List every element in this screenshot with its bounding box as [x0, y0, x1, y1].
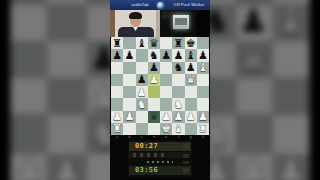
square-f7: ♟ [172, 49, 184, 61]
white-pawn: ♟ [112, 111, 122, 122]
square-c5: ♟ [136, 74, 148, 86]
square-e5 [160, 74, 172, 86]
square-f1: ♝ [172, 123, 184, 135]
captured-pieces-row [129, 152, 191, 158]
square-g5: ♛ [185, 74, 197, 86]
square-b8 [123, 37, 135, 49]
square-c3: ♞ [136, 98, 148, 110]
square-e7: ♟ [160, 49, 172, 61]
square-d4 [148, 86, 160, 98]
monitor-content [175, 18, 187, 25]
white-clock: 03:56 [129, 166, 191, 175]
white-queen: ♛ [186, 74, 196, 85]
video-player-surface[interactable]: sedlaTab GMPaul Walker ♜♝♛♜♚♟♟♞♟♟♝♟♟♞ [0, 0, 320, 180]
square-d3 [148, 98, 160, 110]
white-bishop: ♝ [198, 62, 208, 73]
square-e1: ♚ [160, 123, 172, 135]
square-d1 [148, 123, 160, 135]
square-c2 [136, 111, 148, 123]
white-pawn: ♟ [124, 111, 134, 122]
white-pawn: ♟ [149, 74, 159, 85]
black-pawn: ♟ [112, 50, 122, 61]
white-pawn: ♟ [198, 111, 208, 122]
square-b3 [123, 98, 135, 110]
door-frame [110, 10, 115, 37]
white-pawn: ♟ [161, 111, 171, 122]
webcam-white-player [110, 10, 160, 37]
square-h7: ♟ [197, 49, 209, 61]
black-pawn: ♟ [186, 62, 196, 73]
black-rook: ♜ [173, 38, 183, 49]
square-a8: ♜ [111, 37, 123, 49]
stream-logo-icon [157, 2, 164, 9]
square-a4 [111, 86, 123, 98]
white-pawn: ♟ [137, 87, 147, 98]
square-f8: ♜ [172, 37, 184, 49]
square-b1 [123, 123, 135, 135]
square-a1: ♜ [111, 123, 123, 135]
monitor-screen [173, 15, 189, 29]
square-g7: ♝ [185, 49, 197, 61]
square-g6: ♟ [185, 62, 197, 74]
square-f2: ♟ [172, 111, 184, 123]
square-h5 [197, 74, 209, 86]
black-pawn: ♟ [149, 62, 159, 73]
black-knight: ♞ [149, 50, 159, 61]
white-pawn: ♟ [186, 111, 196, 122]
square-g3 [185, 98, 197, 110]
white-knight: ♞ [137, 99, 147, 110]
square-a5 [111, 74, 123, 86]
square-g1 [185, 123, 197, 135]
square-b6 [123, 62, 135, 74]
square-a3 [111, 98, 123, 110]
square-h8 [197, 37, 209, 49]
black-king: ♚ [186, 38, 196, 49]
square-f6: ♞ [172, 62, 184, 74]
square-h3 [197, 98, 209, 110]
white-player-name: sedlaTab [120, 0, 160, 10]
square-a2: ♟ [111, 111, 123, 123]
black-player-name: GMPaul Walker [168, 0, 210, 10]
black-pawn: ♟ [137, 74, 147, 85]
square-c1 [136, 123, 148, 135]
webcam-row [110, 10, 210, 37]
player-silhouette [196, 10, 210, 37]
white-time: 03:56 [129, 166, 191, 175]
white-king: ♚ [161, 123, 171, 134]
square-a6 [111, 62, 123, 74]
black-clock: 00:27 [129, 142, 191, 151]
square-a7: ♟ [111, 49, 123, 61]
black-knight: ♞ [173, 62, 183, 73]
square-f5 [172, 74, 184, 86]
webcam-black-player [160, 10, 210, 37]
square-h6: ♝ [197, 62, 209, 74]
black-pawn: ♟ [161, 50, 171, 61]
black-pawn: ♟ [124, 50, 134, 61]
black-queen: ♛ [149, 38, 159, 49]
square-e3 [160, 98, 172, 110]
square-d8: ♛ [148, 37, 160, 49]
square-c8: ♝ [136, 37, 148, 49]
square-f4 [172, 86, 184, 98]
chess-stream-strip: sedlaTab GMPaul Walker ♜♝♛♜♚♟♟♞♟♟♝♟♟♞ [110, 0, 210, 180]
square-c4: ♟ [136, 86, 148, 98]
file-coordinates: abcdefgh [111, 135, 209, 139]
square-d7: ♞ [148, 49, 160, 61]
white-bishop: ♝ [173, 123, 183, 134]
square-e8 [160, 37, 172, 49]
square-c7 [136, 49, 148, 61]
black-player-title: GM [173, 2, 180, 7]
black-pawn: ♟ [198, 50, 208, 61]
square-b4 [123, 86, 135, 98]
square-e2: ♟ [160, 111, 172, 123]
square-h2: ♟ [197, 111, 209, 123]
black-time: 00:27 [129, 142, 191, 151]
white-pawn: ♟ [173, 111, 183, 122]
chess-board: ♜♝♛♜♚♟♟♞♟♟♝♟♟♞♟♝♟♟♛♟♞♞♟♟♛♟♟♟♟♜♚♝♜ [111, 37, 209, 135]
square-h1: ♜ [197, 123, 209, 135]
white-rook: ♜ [112, 123, 122, 134]
square-d5: ♟ [148, 74, 160, 86]
square-h4 [197, 86, 209, 98]
square-b2: ♟ [123, 111, 135, 123]
square-e6 [160, 62, 172, 74]
square-d2: ♛ [148, 111, 160, 123]
premove-ghost-queen: ♛ [149, 111, 159, 122]
white-rook: ♜ [198, 123, 208, 134]
square-g2: ♟ [185, 111, 197, 123]
player-name-bar: sedlaTab GMPaul Walker [110, 0, 210, 10]
square-f3: ♞ [172, 98, 184, 110]
square-g8: ♚ [185, 37, 197, 49]
player-hair [129, 12, 142, 19]
square-e4 [160, 86, 172, 98]
clock-panel: 00:27 03:56 [128, 140, 192, 178]
square-b7: ♟ [123, 49, 135, 61]
square-g4 [185, 86, 197, 98]
white-knight: ♞ [173, 99, 183, 110]
square-b5 [123, 74, 135, 86]
black-pawn: ♟ [173, 50, 183, 61]
square-c6 [136, 62, 148, 74]
black-rook: ♜ [112, 38, 122, 49]
black-bishop: ♝ [137, 38, 147, 49]
black-bishop: ♝ [186, 50, 196, 61]
square-d6: ♟ [148, 62, 160, 74]
move-strip [129, 159, 191, 164]
